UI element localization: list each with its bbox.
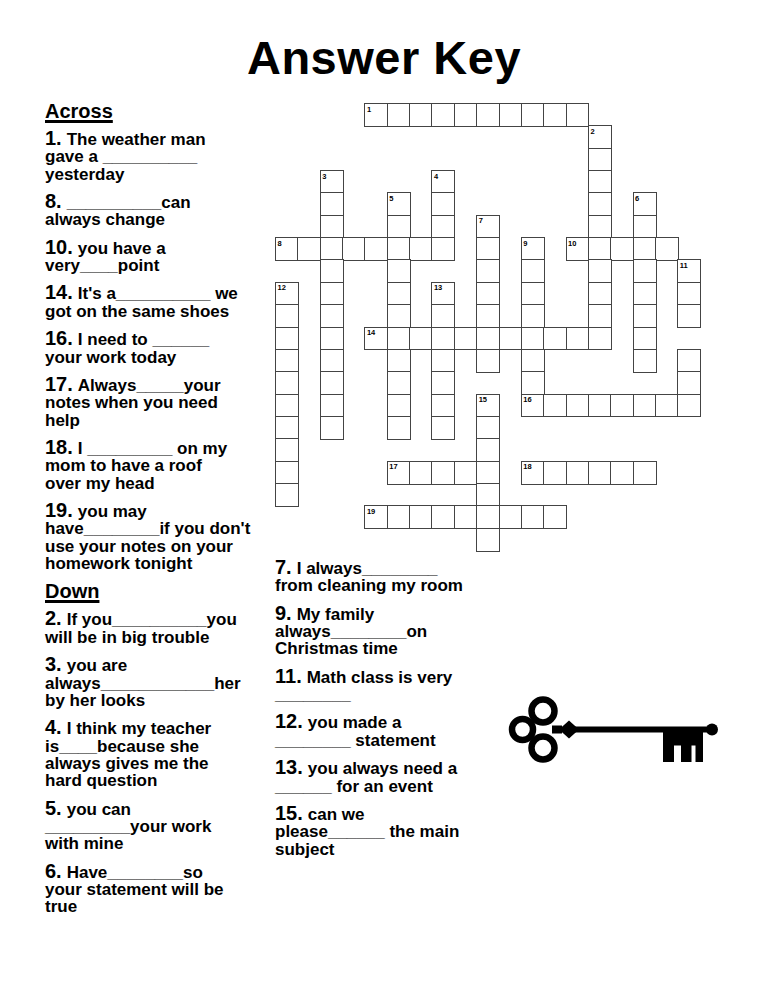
clue-5: 5.you can _________your work with mine bbox=[45, 798, 275, 853]
grid-cell-r16c12[interactable] bbox=[543, 461, 567, 485]
grid-cell-r7c9[interactable] bbox=[476, 259, 500, 283]
grid-cell-r10c7[interactable] bbox=[431, 327, 455, 351]
grid-cell-r16c15[interactable] bbox=[610, 461, 634, 485]
cell-number-13: 13 bbox=[434, 283, 442, 292]
clue-text: I always________ from cleaning my room bbox=[275, 559, 463, 595]
grid-cell-r13c12[interactable] bbox=[543, 394, 567, 418]
grid-cell-r6c0[interactable]: 8 bbox=[275, 237, 299, 261]
clue-11: 11.Math class is very ________ bbox=[275, 666, 507, 704]
clue-3: 3.you are always____________her by her l… bbox=[45, 654, 275, 709]
grid-cell-r12c2[interactable] bbox=[320, 371, 344, 395]
clue-text: Have________so your statement will be tr… bbox=[45, 863, 224, 917]
grid-cell-r6c6[interactable] bbox=[409, 237, 433, 261]
clue-9: 9.My family always________on Christmas t… bbox=[275, 603, 507, 658]
grid-cell-r15c0[interactable] bbox=[275, 438, 299, 462]
grid-cell-r10c5[interactable] bbox=[387, 327, 411, 351]
clue-16: 16.I need to ______ your work today bbox=[45, 328, 275, 366]
grid-cell-r18c7[interactable] bbox=[431, 505, 455, 529]
clue-text: you may have________if you don't use you… bbox=[45, 502, 250, 573]
key-bit bbox=[663, 732, 703, 762]
grid-cell-r0c5[interactable] bbox=[387, 103, 411, 127]
grid-cell-r6c15[interactable] bbox=[610, 237, 634, 261]
key-bow-bottom-loop bbox=[532, 737, 555, 760]
grid-cell-r10c8[interactable] bbox=[454, 327, 478, 351]
clue-number: 4. bbox=[45, 716, 62, 738]
clues-left-column: Across 1.The weather man gave a ________… bbox=[45, 100, 275, 924]
grid-cell-r4c2[interactable] bbox=[320, 192, 344, 216]
grid-cell-r17c9[interactable] bbox=[476, 483, 500, 507]
grid-cell-r6c17[interactable] bbox=[655, 237, 679, 261]
grid-cell-r16c7[interactable] bbox=[431, 461, 455, 485]
grid-cell-r16c8[interactable] bbox=[454, 461, 478, 485]
grid-cell-r3c14[interactable] bbox=[588, 170, 612, 194]
key-shaft bbox=[575, 727, 709, 733]
grid-cell-r7c11[interactable] bbox=[521, 259, 545, 283]
grid-cell-r7c16[interactable] bbox=[633, 259, 657, 283]
grid-cell-r13c11[interactable]: 16 bbox=[521, 394, 545, 418]
page-title: Answer Key bbox=[0, 30, 768, 85]
cell-number-2: 2 bbox=[590, 127, 594, 136]
clue-text: If you__________you will be in big troub… bbox=[45, 610, 237, 646]
cell-number-1: 1 bbox=[367, 105, 371, 114]
grid-cell-r14c0[interactable] bbox=[275, 416, 299, 440]
clue-number: 7. bbox=[275, 556, 292, 578]
grid-cell-r1c14[interactable]: 2 bbox=[588, 125, 612, 149]
grid-cell-r8c5[interactable] bbox=[387, 282, 411, 306]
grid-cell-r11c5[interactable] bbox=[387, 349, 411, 373]
grid-cell-r12c11[interactable] bbox=[521, 371, 545, 395]
grid-cell-r12c5[interactable] bbox=[387, 371, 411, 395]
grid-cell-r4c7[interactable] bbox=[431, 192, 455, 216]
grid-cell-r9c11[interactable] bbox=[521, 304, 545, 328]
grid-cell-r5c9[interactable]: 7 bbox=[476, 215, 500, 239]
grid-cell-r13c13[interactable] bbox=[566, 394, 590, 418]
grid-cell-r6c16[interactable] bbox=[633, 237, 657, 261]
grid-cell-r2c14[interactable] bbox=[588, 148, 612, 172]
grid-cell-r4c14[interactable] bbox=[588, 192, 612, 216]
grid-cell-r0c12[interactable] bbox=[543, 103, 567, 127]
grid-cell-r11c18[interactable] bbox=[677, 349, 701, 373]
grid-cell-r10c12[interactable] bbox=[543, 327, 567, 351]
cell-number-10: 10 bbox=[568, 239, 576, 248]
grid-cell-r10c14[interactable] bbox=[588, 327, 612, 351]
grid-cell-r7c2[interactable] bbox=[320, 259, 344, 283]
grid-cell-r18c11[interactable] bbox=[521, 505, 545, 529]
grid-cell-r6c4[interactable] bbox=[364, 237, 388, 261]
down-clues-right: 7.I always________ from cleaning my room… bbox=[275, 557, 507, 858]
down-clues-left: 2.If you__________you will be in big tro… bbox=[45, 608, 275, 915]
grid-cell-r13c5[interactable] bbox=[387, 394, 411, 418]
grid-cell-r5c16[interactable] bbox=[633, 215, 657, 239]
grid-cell-r11c2[interactable] bbox=[320, 349, 344, 373]
key-bow-left-loop bbox=[512, 719, 533, 740]
grid-cell-r8c18[interactable] bbox=[677, 282, 701, 306]
grid-cell-r17c0[interactable] bbox=[275, 483, 299, 507]
clue-1: 1.The weather man gave a __________ yest… bbox=[45, 128, 275, 183]
grid-cell-r9c9[interactable] bbox=[476, 304, 500, 328]
clue-text: you can _________your work with mine bbox=[45, 800, 211, 854]
down-heading: Down bbox=[45, 580, 275, 603]
clue-number: 3. bbox=[45, 653, 62, 675]
grid-cell-r5c7[interactable] bbox=[431, 215, 455, 239]
cell-number-18: 18 bbox=[523, 462, 531, 471]
cell-number-7: 7 bbox=[479, 216, 483, 225]
grid-cell-r14c5[interactable] bbox=[387, 416, 411, 440]
clue-text: It's a__________ we got on the same shoe… bbox=[45, 284, 238, 320]
grid-cell-r4c16[interactable]: 6 bbox=[633, 192, 657, 216]
clue-number: 15. bbox=[275, 802, 303, 824]
grid-cell-r6c1[interactable] bbox=[297, 237, 321, 261]
clue-number: 11. bbox=[275, 665, 302, 687]
grid-cell-r16c5[interactable]: 17 bbox=[387, 461, 411, 485]
clue-number: 12. bbox=[275, 710, 303, 732]
grid-cell-r16c16[interactable] bbox=[633, 461, 657, 485]
grid-cell-r18c8[interactable] bbox=[454, 505, 478, 529]
grid-cell-r6c2[interactable] bbox=[320, 237, 344, 261]
grid-cell-r12c0[interactable] bbox=[275, 371, 299, 395]
grid-cell-r18c9[interactable] bbox=[476, 505, 500, 529]
grid-cell-r8c16[interactable] bbox=[633, 282, 657, 306]
clue-number: 17. bbox=[45, 373, 73, 395]
grid-cell-r18c4[interactable]: 19 bbox=[364, 505, 388, 529]
clue-number: 16. bbox=[45, 327, 73, 349]
grid-cell-r13c17[interactable] bbox=[655, 394, 679, 418]
grid-cell-r8c2[interactable] bbox=[320, 282, 344, 306]
grid-cell-r10c0[interactable] bbox=[275, 327, 299, 351]
grid-cell-r5c5[interactable] bbox=[387, 215, 411, 239]
grid-cell-r10c4[interactable]: 14 bbox=[364, 327, 388, 351]
clue-6: 6.Have________so your statement will be … bbox=[45, 861, 275, 916]
grid-cell-r7c14[interactable] bbox=[588, 259, 612, 283]
grid-cell-r0c10[interactable] bbox=[499, 103, 523, 127]
clue-number: 13. bbox=[275, 756, 303, 778]
grid-cell-r14c2[interactable] bbox=[320, 416, 344, 440]
grid-cell-r9c7[interactable] bbox=[431, 304, 455, 328]
grid-cell-r8c9[interactable] bbox=[476, 282, 500, 306]
grid-cell-r5c2[interactable] bbox=[320, 215, 344, 239]
grid-cell-r6c13[interactable]: 10 bbox=[566, 237, 590, 261]
cell-number-15: 15 bbox=[479, 395, 487, 404]
grid-cell-r8c7[interactable]: 13 bbox=[431, 282, 455, 306]
grid-cell-r4c5[interactable]: 5 bbox=[387, 192, 411, 216]
cell-number-4: 4 bbox=[434, 172, 438, 181]
grid-cell-r0c13[interactable] bbox=[566, 103, 590, 127]
clues-right-column: 7.I always________ from cleaning my room… bbox=[275, 557, 507, 866]
clue-number: 8. bbox=[45, 190, 62, 212]
grid-cell-r0c7[interactable] bbox=[431, 103, 455, 127]
grid-cell-r8c14[interactable] bbox=[588, 282, 612, 306]
clue-12: 12.you made a ________ statement bbox=[275, 711, 507, 749]
key-bow-top-loop bbox=[532, 700, 555, 723]
grid-cell-r13c15[interactable] bbox=[610, 394, 634, 418]
grid-cell-r16c11[interactable]: 18 bbox=[521, 461, 545, 485]
grid-cell-r9c18[interactable] bbox=[677, 304, 701, 328]
clue-text: __________can always change bbox=[45, 193, 191, 229]
grid-cell-r18c6[interactable] bbox=[409, 505, 433, 529]
grid-cell-r13c7[interactable] bbox=[431, 394, 455, 418]
clue-text: My family always________on Christmas tim… bbox=[275, 605, 427, 659]
clue-13: 13.you always need a ______ for an event bbox=[275, 757, 507, 795]
grid-cell-r7c18[interactable]: 11 bbox=[677, 259, 701, 283]
grid-cell-r11c7[interactable] bbox=[431, 349, 455, 373]
clue-4: 4.I think my teacher is____because she a… bbox=[45, 717, 275, 789]
grid-cell-r9c2[interactable] bbox=[320, 304, 344, 328]
crossword-grid: 12345678910111213141516171819 bbox=[275, 103, 703, 552]
grid-cell-r5c14[interactable] bbox=[588, 215, 612, 239]
grid-cell-r18c10[interactable] bbox=[499, 505, 523, 529]
grid-cell-r16c13[interactable] bbox=[566, 461, 590, 485]
grid-cell-r13c9[interactable]: 15 bbox=[476, 394, 500, 418]
clue-15: 15.can we please______ the main subject bbox=[275, 803, 507, 858]
across-clues: 1.The weather man gave a __________ yest… bbox=[45, 128, 275, 572]
grid-cell-r15c9[interactable] bbox=[476, 438, 500, 462]
clue-number: 10. bbox=[45, 236, 73, 258]
clue-number: 9. bbox=[275, 602, 292, 624]
grid-cell-r10c16[interactable] bbox=[633, 327, 657, 351]
clue-text: The weather man gave a __________ yester… bbox=[45, 130, 206, 184]
grid-cell-r13c14[interactable] bbox=[588, 394, 612, 418]
page: Answer Key Across 1.The weather man gave… bbox=[0, 0, 768, 994]
grid-cell-r0c11[interactable] bbox=[521, 103, 545, 127]
cell-number-5: 5 bbox=[389, 194, 393, 203]
grid-cell-r0c8[interactable] bbox=[454, 103, 478, 127]
clue-19: 19.you may have________if you don't use … bbox=[45, 500, 275, 572]
grid-cell-r6c11[interactable]: 9 bbox=[521, 237, 545, 261]
clue-17: 17.Always_____your notes when you need h… bbox=[45, 374, 275, 429]
cell-number-12: 12 bbox=[278, 283, 286, 292]
grid-cell-r7c5[interactable] bbox=[387, 259, 411, 283]
cell-number-6: 6 bbox=[635, 194, 639, 203]
clue-10: 10.you have a very____point bbox=[45, 237, 275, 275]
grid-cell-r8c11[interactable] bbox=[521, 282, 545, 306]
grid-cell-r10c13[interactable] bbox=[566, 327, 590, 351]
grid-cell-r9c16[interactable] bbox=[633, 304, 657, 328]
clue-7: 7.I always________ from cleaning my room bbox=[275, 557, 507, 595]
grid-cell-r13c2[interactable] bbox=[320, 394, 344, 418]
grid-cell-r16c9[interactable] bbox=[476, 461, 500, 485]
grid-cell-r0c6[interactable] bbox=[409, 103, 433, 127]
key-tip bbox=[706, 724, 718, 736]
cell-number-3: 3 bbox=[322, 172, 326, 181]
clue-number: 2. bbox=[45, 607, 62, 629]
grid-cell-r10c6[interactable] bbox=[409, 327, 433, 351]
grid-cell-r13c0[interactable] bbox=[275, 394, 299, 418]
grid-cell-r19c9[interactable] bbox=[476, 528, 500, 552]
clue-number: 6. bbox=[45, 860, 62, 882]
grid-cell-r12c7[interactable] bbox=[431, 371, 455, 395]
grid-cell-r6c3[interactable] bbox=[342, 237, 366, 261]
grid-cell-r10c9[interactable] bbox=[476, 327, 500, 351]
clue-number: 19. bbox=[45, 499, 73, 521]
clue-text: you are always____________her by her loo… bbox=[45, 656, 241, 710]
key-icon bbox=[505, 683, 725, 791]
grid-cell-r11c9[interactable] bbox=[476, 349, 500, 373]
grid-cell-r10c11[interactable] bbox=[521, 327, 545, 351]
grid-cell-r11c11[interactable] bbox=[521, 349, 545, 373]
cell-number-16: 16 bbox=[523, 395, 531, 404]
grid-cell-r11c0[interactable] bbox=[275, 349, 299, 373]
clue-18: 18.I _________ on my mom to have a roof … bbox=[45, 437, 275, 492]
grid-cell-r6c5[interactable] bbox=[387, 237, 411, 261]
grid-cell-r16c14[interactable] bbox=[588, 461, 612, 485]
grid-cell-r10c2[interactable] bbox=[320, 327, 344, 351]
grid-cell-r6c9[interactable] bbox=[476, 237, 500, 261]
grid-cell-r13c16[interactable] bbox=[633, 394, 657, 418]
grid-cell-r6c14[interactable] bbox=[588, 237, 612, 261]
cell-number-19: 19 bbox=[367, 507, 375, 516]
across-heading: Across bbox=[45, 100, 275, 123]
clue-number: 5. bbox=[45, 797, 62, 819]
grid-cell-r14c7[interactable] bbox=[431, 416, 455, 440]
clue-text: I think my teacher is____because she alw… bbox=[45, 719, 211, 790]
clue-8: 8.__________can always change bbox=[45, 191, 275, 229]
clue-14: 14.It's a__________ we got on the same s… bbox=[45, 282, 275, 320]
cell-number-11: 11 bbox=[680, 261, 688, 270]
cell-number-9: 9 bbox=[523, 239, 527, 248]
grid-cell-r0c9[interactable] bbox=[476, 103, 500, 127]
grid-cell-r14c9[interactable] bbox=[476, 416, 500, 440]
clue-2: 2.If you__________you will be in big tro… bbox=[45, 608, 275, 646]
grid-cell-r16c0[interactable] bbox=[275, 461, 299, 485]
grid-cell-r6c7[interactable] bbox=[431, 237, 455, 261]
cell-number-14: 14 bbox=[367, 328, 375, 337]
grid-cell-r3c7[interactable]: 4 bbox=[431, 170, 455, 194]
grid-cell-r12c18[interactable] bbox=[677, 371, 701, 395]
grid-cell-r3c2[interactable]: 3 bbox=[320, 170, 344, 194]
cell-number-17: 17 bbox=[389, 462, 397, 471]
grid-cell-r13c18[interactable] bbox=[677, 394, 701, 418]
grid-cell-r9c14[interactable] bbox=[588, 304, 612, 328]
clue-number: 1. bbox=[45, 127, 62, 149]
grid-cell-r10c10[interactable] bbox=[499, 327, 523, 351]
clue-number: 18. bbox=[45, 436, 73, 458]
grid-cell-r8c0[interactable]: 12 bbox=[275, 282, 299, 306]
grid-cell-r18c5[interactable] bbox=[387, 505, 411, 529]
grid-cell-r9c5[interactable] bbox=[387, 304, 411, 328]
clue-number: 14. bbox=[45, 281, 73, 303]
grid-cell-r0c4[interactable]: 1 bbox=[364, 103, 388, 127]
grid-cell-r16c6[interactable] bbox=[409, 461, 433, 485]
grid-cell-r9c0[interactable] bbox=[275, 304, 299, 328]
grid-cell-r11c16[interactable] bbox=[633, 349, 657, 373]
grid-cell-r18c12[interactable] bbox=[543, 505, 567, 529]
cell-number-8: 8 bbox=[278, 239, 282, 248]
